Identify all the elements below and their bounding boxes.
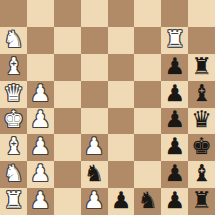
white-queen-piece[interactable]: ♛ bbox=[3, 82, 24, 105]
square-f7[interactable] bbox=[134, 27, 161, 54]
square-c5[interactable] bbox=[54, 81, 81, 108]
black-knight-piece[interactable]: ♞ bbox=[138, 189, 159, 212]
white-pawn-piece[interactable]: ♟ bbox=[30, 82, 51, 105]
square-h5[interactable]: ♝ bbox=[188, 81, 215, 108]
square-f2[interactable] bbox=[134, 161, 161, 188]
white-bishop-piece[interactable]: ♝ bbox=[3, 55, 24, 78]
square-e2[interactable] bbox=[108, 161, 135, 188]
square-f1[interactable]: ♞ bbox=[134, 188, 161, 215]
square-g5[interactable]: ♟ bbox=[161, 81, 188, 108]
square-a1[interactable]: ♜ bbox=[0, 188, 27, 215]
white-knight-piece[interactable]: ♞ bbox=[3, 28, 24, 51]
square-d6[interactable] bbox=[81, 54, 108, 81]
white-pawn-piece[interactable]: ♟ bbox=[30, 189, 51, 212]
square-b4[interactable]: ♟ bbox=[27, 108, 54, 135]
black-pawn-piece[interactable]: ♟ bbox=[164, 82, 185, 105]
square-f8[interactable] bbox=[134, 0, 161, 27]
square-g8[interactable] bbox=[161, 0, 188, 27]
square-f4[interactable] bbox=[134, 108, 161, 135]
white-king-piece[interactable]: ♚ bbox=[3, 108, 24, 131]
black-king-piece[interactable]: ♚ bbox=[191, 135, 212, 158]
black-rook-piece[interactable]: ♜ bbox=[191, 189, 212, 212]
square-c8[interactable] bbox=[54, 0, 81, 27]
white-pawn-piece[interactable]: ♟ bbox=[84, 189, 105, 212]
white-rook-piece[interactable]: ♜ bbox=[164, 28, 185, 51]
square-a8[interactable] bbox=[0, 0, 27, 27]
square-d5[interactable] bbox=[81, 81, 108, 108]
black-queen-piece[interactable]: ♛ bbox=[191, 108, 212, 131]
square-d1[interactable]: ♟ bbox=[81, 188, 108, 215]
square-b5[interactable]: ♟ bbox=[27, 81, 54, 108]
square-b1[interactable]: ♟ bbox=[27, 188, 54, 215]
square-d4[interactable] bbox=[81, 108, 108, 135]
white-pawn-piece[interactable]: ♟ bbox=[30, 162, 51, 185]
square-e3[interactable] bbox=[108, 134, 135, 161]
white-knight-piece[interactable]: ♞ bbox=[3, 162, 24, 185]
square-f6[interactable] bbox=[134, 54, 161, 81]
square-a7[interactable]: ♞ bbox=[0, 27, 27, 54]
white-pawn-piece[interactable]: ♟ bbox=[84, 135, 105, 158]
square-e4[interactable] bbox=[108, 108, 135, 135]
square-g2[interactable]: ♟ bbox=[161, 161, 188, 188]
white-pawn-piece[interactable]: ♟ bbox=[30, 135, 51, 158]
white-rook-piece[interactable]: ♜ bbox=[3, 189, 24, 212]
square-b6[interactable] bbox=[27, 54, 54, 81]
black-rook-piece[interactable]: ♜ bbox=[191, 55, 212, 78]
square-c2[interactable] bbox=[54, 161, 81, 188]
square-a2[interactable]: ♞ bbox=[0, 161, 27, 188]
square-h7[interactable] bbox=[188, 27, 215, 54]
black-pawn-piece[interactable]: ♟ bbox=[164, 162, 185, 185]
square-e7[interactable] bbox=[108, 27, 135, 54]
square-c7[interactable] bbox=[54, 27, 81, 54]
square-g3[interactable]: ♟ bbox=[161, 134, 188, 161]
black-bishop-piece[interactable]: ♝ bbox=[191, 82, 212, 105]
square-e5[interactable] bbox=[108, 81, 135, 108]
square-g6[interactable]: ♟ bbox=[161, 54, 188, 81]
black-pawn-piece[interactable]: ♟ bbox=[164, 55, 185, 78]
square-f3[interactable] bbox=[134, 134, 161, 161]
square-b7[interactable] bbox=[27, 27, 54, 54]
square-h6[interactable]: ♜ bbox=[188, 54, 215, 81]
square-c3[interactable] bbox=[54, 134, 81, 161]
square-d8[interactable] bbox=[81, 0, 108, 27]
square-b3[interactable]: ♟ bbox=[27, 134, 54, 161]
square-a5[interactable]: ♛ bbox=[0, 81, 27, 108]
square-b2[interactable]: ♟ bbox=[27, 161, 54, 188]
square-e8[interactable] bbox=[108, 0, 135, 27]
square-e1[interactable]: ♟ bbox=[108, 188, 135, 215]
square-e6[interactable] bbox=[108, 54, 135, 81]
square-a6[interactable]: ♝ bbox=[0, 54, 27, 81]
black-pawn-piece[interactable]: ♟ bbox=[164, 135, 185, 158]
chess-board: ♞♜♝♟♜♛♟♟♝♚♟♟♛♝♟♟♟♚♞♟♞♟♝♜♟♟♟♞♟♜ bbox=[0, 0, 215, 215]
square-d3[interactable]: ♟ bbox=[81, 134, 108, 161]
square-c6[interactable] bbox=[54, 54, 81, 81]
square-c1[interactable] bbox=[54, 188, 81, 215]
square-d2[interactable]: ♞ bbox=[81, 161, 108, 188]
white-bishop-piece[interactable]: ♝ bbox=[3, 135, 24, 158]
black-knight-piece[interactable]: ♞ bbox=[84, 162, 105, 185]
square-g1[interactable]: ♟ bbox=[161, 188, 188, 215]
square-h8[interactable] bbox=[188, 0, 215, 27]
square-h4[interactable]: ♛ bbox=[188, 108, 215, 135]
square-c4[interactable] bbox=[54, 108, 81, 135]
square-h3[interactable]: ♚ bbox=[188, 134, 215, 161]
black-bishop-piece[interactable]: ♝ bbox=[191, 162, 212, 185]
square-a3[interactable]: ♝ bbox=[0, 134, 27, 161]
square-f5[interactable] bbox=[134, 81, 161, 108]
square-a4[interactable]: ♚ bbox=[0, 108, 27, 135]
square-g7[interactable]: ♜ bbox=[161, 27, 188, 54]
black-pawn-piece[interactable]: ♟ bbox=[111, 189, 132, 212]
square-g4[interactable]: ♟ bbox=[161, 108, 188, 135]
square-h1[interactable]: ♜ bbox=[188, 188, 215, 215]
white-pawn-piece[interactable]: ♟ bbox=[30, 108, 51, 131]
square-b8[interactable] bbox=[27, 0, 54, 27]
black-pawn-piece[interactable]: ♟ bbox=[164, 108, 185, 131]
square-h2[interactable]: ♝ bbox=[188, 161, 215, 188]
black-pawn-piece[interactable]: ♟ bbox=[164, 189, 185, 212]
square-d7[interactable] bbox=[81, 27, 108, 54]
